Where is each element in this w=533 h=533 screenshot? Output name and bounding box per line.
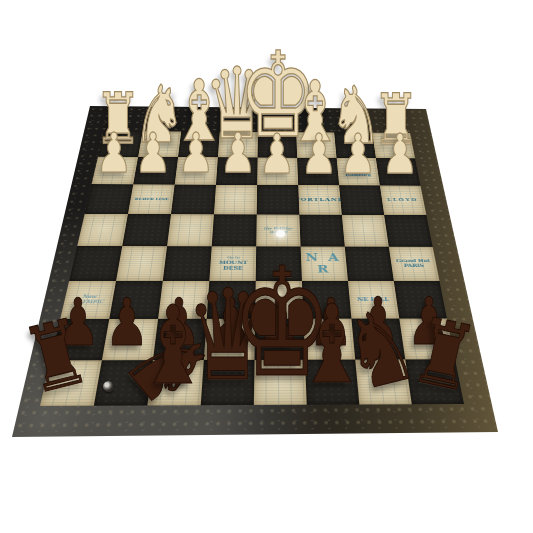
square-b4[interactable] <box>342 215 389 247</box>
square-a4[interactable] <box>384 215 433 247</box>
newsprint-line: PORTLAND <box>298 197 342 203</box>
piece-wP-c2[interactable]: ♟ <box>301 127 338 182</box>
newsprint-line: LLOYD <box>387 198 418 203</box>
newsprint-line: Grand Hot <box>396 258 431 263</box>
square-h5[interactable] <box>69 246 122 281</box>
square-g3[interactable]: BURER LINE <box>128 184 175 214</box>
piece-wP-b2[interactable]: ♟ <box>339 127 376 182</box>
piece-wP-h2[interactable]: ♟ <box>95 126 132 181</box>
newsprint-line: PARIS <box>404 264 425 269</box>
piece-wP-d2[interactable]: ♟ <box>259 127 296 182</box>
square-g5[interactable] <box>116 246 167 281</box>
square-d3[interactable] <box>257 185 300 215</box>
chess-photo-scene: PL—ADEBerlin & HamburgBURER LINEPORTLAND… <box>0 0 533 533</box>
piece-wP-f2[interactable]: ♟ <box>177 126 214 181</box>
square-a3[interactable]: LLOYD <box>380 185 426 215</box>
piece-wP-e2[interactable]: ♟ <box>219 127 256 182</box>
square-b3[interactable] <box>339 185 384 215</box>
piece-wP-g2[interactable]: ♟ <box>135 126 172 181</box>
piece-wP-a2[interactable]: ♟ <box>381 127 418 182</box>
square-f3[interactable] <box>171 185 216 215</box>
square-e3[interactable] <box>214 185 257 215</box>
newsprint-line: BURER LINE <box>134 197 169 201</box>
square-a5[interactable]: Grand HotPARIS <box>389 247 440 281</box>
newsprint-fragment: LLOYD <box>380 185 426 215</box>
square-h3[interactable] <box>85 184 134 214</box>
square-c3[interactable]: PORTLAND <box>298 185 342 215</box>
newsprint-fragment: Grand HotPARIS <box>389 247 440 281</box>
square-f4[interactable] <box>167 214 214 246</box>
square-b5[interactable] <box>345 247 394 282</box>
newsprint-fragment: PORTLAND <box>298 185 342 215</box>
square-g4[interactable] <box>122 214 171 246</box>
square-h4[interactable] <box>77 214 128 246</box>
newsprint-fragment: BURER LINE <box>128 184 175 214</box>
